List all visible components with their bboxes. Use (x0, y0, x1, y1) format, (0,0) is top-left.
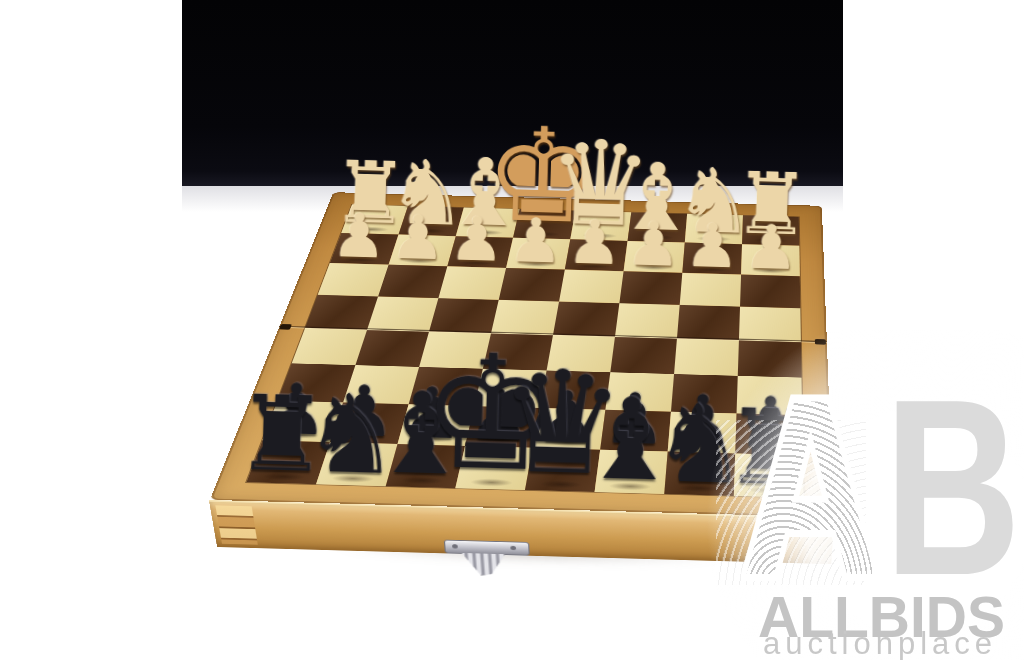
square[interactable] (680, 273, 741, 307)
square[interactable]: ♟ (624, 241, 685, 273)
square[interactable]: ♟ (506, 238, 570, 270)
hinge-left-icon (279, 324, 292, 330)
finger-joints (215, 505, 257, 544)
square[interactable] (619, 271, 682, 305)
square[interactable] (305, 295, 378, 330)
square[interactable] (292, 328, 367, 365)
square[interactable]: ♟ (682, 243, 742, 275)
square[interactable]: ♟ (389, 235, 456, 267)
square[interactable] (378, 265, 447, 298)
square[interactable]: ♟ (447, 236, 513, 268)
square[interactable]: ♟ (741, 244, 800, 276)
square[interactable] (318, 263, 389, 296)
white-pawn[interactable]: ♟ (390, 206, 446, 268)
white-pawn[interactable]: ♟ (684, 215, 740, 277)
watermark-backdrop-fade (694, 330, 1024, 660)
clasp-fan-icon (459, 553, 510, 576)
square[interactable] (740, 275, 800, 309)
white-pawn[interactable]: ♟ (331, 205, 387, 267)
white-pawn[interactable]: ♟ (567, 211, 623, 273)
square[interactable] (355, 330, 429, 367)
square[interactable] (559, 270, 624, 304)
white-pawn[interactable]: ♟ (508, 210, 564, 272)
square[interactable]: ♟ (330, 233, 399, 265)
square[interactable] (499, 268, 565, 301)
white-pawn[interactable]: ♟ (449, 208, 505, 270)
clasp-icon (444, 540, 530, 556)
white-pawn[interactable]: ♟ (743, 216, 799, 278)
square[interactable] (438, 266, 506, 299)
square[interactable] (615, 303, 680, 338)
square[interactable]: ♟ (565, 239, 628, 271)
white-pawn[interactable]: ♟ (625, 213, 681, 275)
